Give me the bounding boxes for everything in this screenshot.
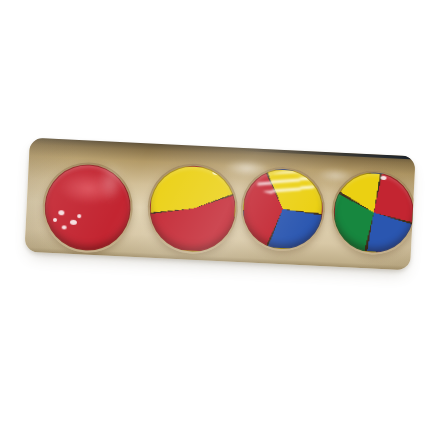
glare-highlight <box>213 169 220 174</box>
glare-highlight <box>380 176 386 180</box>
product-photo-background <box>0 0 440 440</box>
glare-highlight <box>256 169 320 197</box>
fraction-circle-thirds <box>241 167 325 251</box>
puzzle-board <box>24 138 415 271</box>
fraction-circle-quarters <box>332 171 416 255</box>
slot-halves <box>146 162 240 256</box>
glare-highlight <box>61 226 66 230</box>
slot-quarters <box>330 169 416 257</box>
glare-highlight <box>53 218 57 222</box>
slot-whole <box>41 160 135 254</box>
glare-highlight <box>70 220 77 225</box>
glare-highlight <box>58 210 64 215</box>
glare-highlight <box>58 171 120 206</box>
board-top-edge-shadow <box>238 148 415 160</box>
glare-highlight <box>77 214 81 218</box>
fraction-circle-whole <box>43 162 133 252</box>
fraction-circle-halves <box>148 164 238 254</box>
slot-thirds <box>239 165 327 253</box>
